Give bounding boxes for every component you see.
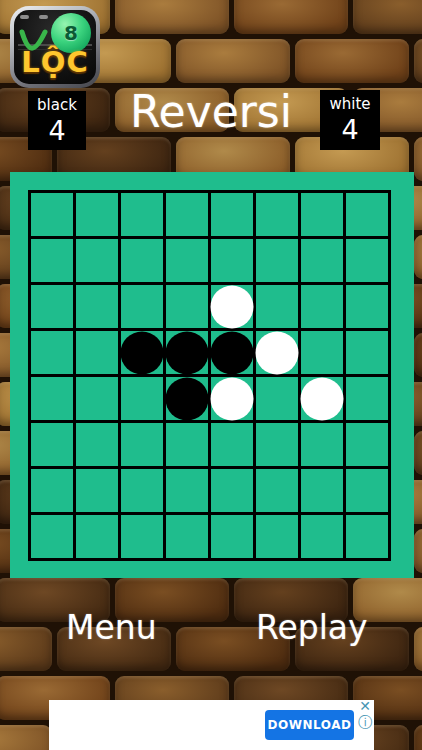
board-cell-c1[interactable]	[121, 193, 163, 236]
board-cell-f2[interactable]	[256, 239, 298, 282]
black-score-box: black 4	[28, 91, 86, 150]
board-cell-a3[interactable]	[31, 285, 73, 328]
board-cell-a4[interactable]	[31, 331, 73, 374]
board-cell-h5[interactable]	[346, 377, 388, 420]
board-cell-f8[interactable]	[256, 515, 298, 558]
board-cell-a8[interactable]	[31, 515, 73, 558]
menu-button[interactable]: Menu	[60, 610, 163, 645]
app-brand-text: LỘC	[14, 48, 96, 77]
reversi-app-screen: 8 LỘC black 4 Reversi white 4 Menu Repla…	[0, 0, 422, 750]
board-cell-e3[interactable]	[211, 285, 253, 328]
board-cell-g5[interactable]	[301, 377, 343, 420]
board-cell-d1[interactable]	[166, 193, 208, 236]
board-cell-h8[interactable]	[346, 515, 388, 558]
white-score-box: white 4	[320, 90, 380, 150]
board-cell-c6[interactable]	[121, 423, 163, 466]
black-score-label: black	[28, 98, 86, 113]
board-cell-e2[interactable]	[211, 239, 253, 282]
brick	[414, 627, 422, 671]
board-cell-f1[interactable]	[256, 193, 298, 236]
ad-close-icon[interactable]: ✕	[359, 699, 371, 713]
board-cell-f5[interactable]	[256, 377, 298, 420]
board-cell-g3[interactable]	[301, 285, 343, 328]
icon-stud-right	[39, 15, 48, 19]
board-cell-h3[interactable]	[346, 285, 388, 328]
board-cell-f3[interactable]	[256, 285, 298, 328]
white-disc	[301, 377, 344, 420]
board-cell-b5[interactable]	[76, 377, 118, 420]
board-cell-a1[interactable]	[31, 193, 73, 236]
brick	[414, 529, 422, 573]
brick	[414, 137, 422, 181]
brick	[176, 39, 290, 83]
board-grid	[28, 190, 391, 561]
white-disc	[211, 377, 254, 420]
icon-stud-left	[20, 15, 29, 19]
white-score-label: white	[320, 97, 380, 112]
board-cell-g4[interactable]	[301, 331, 343, 374]
board-cell-e6[interactable]	[211, 423, 253, 466]
ad-banner[interactable]: DOWNLOAD ✕ ⓘ	[49, 700, 374, 750]
board-cell-d7[interactable]	[166, 469, 208, 512]
board-cell-b6[interactable]	[76, 423, 118, 466]
board-cell-c7[interactable]	[121, 469, 163, 512]
app-icon-loc: 8 LỘC	[10, 6, 100, 88]
brick	[353, 0, 422, 34]
board-cell-d2[interactable]	[166, 239, 208, 282]
board-cell-a6[interactable]	[31, 423, 73, 466]
black-score-count: 4	[28, 117, 86, 144]
board-cell-d5[interactable]	[166, 377, 208, 420]
brick	[234, 0, 348, 34]
board-cell-b8[interactable]	[76, 515, 118, 558]
brick	[414, 39, 422, 83]
board-cell-h7[interactable]	[346, 469, 388, 512]
black-disc	[211, 331, 254, 374]
board-cell-g8[interactable]	[301, 515, 343, 558]
brick	[414, 725, 422, 750]
board-cell-b1[interactable]	[76, 193, 118, 236]
brick	[115, 0, 229, 34]
board-cell-f4[interactable]	[256, 331, 298, 374]
board-cell-g7[interactable]	[301, 469, 343, 512]
black-disc	[166, 377, 209, 420]
white-disc	[256, 331, 299, 374]
brick	[414, 431, 422, 475]
board-cell-g1[interactable]	[301, 193, 343, 236]
board-cell-e4[interactable]	[211, 331, 253, 374]
black-disc	[121, 331, 164, 374]
board-cell-c3[interactable]	[121, 285, 163, 328]
board-cell-g2[interactable]	[301, 239, 343, 282]
board-cell-e5[interactable]	[211, 377, 253, 420]
board-cell-f6[interactable]	[256, 423, 298, 466]
board-cell-a5[interactable]	[31, 377, 73, 420]
board-cell-g6[interactable]	[301, 423, 343, 466]
board-cell-c5[interactable]	[121, 377, 163, 420]
eight-ball-number: 8	[64, 23, 78, 43]
reversi-board	[10, 172, 414, 578]
brick	[0, 627, 52, 671]
white-score-count: 4	[320, 116, 380, 143]
board-cell-e8[interactable]	[211, 515, 253, 558]
board-cell-b7[interactable]	[76, 469, 118, 512]
board-cell-a2[interactable]	[31, 239, 73, 282]
board-cell-h2[interactable]	[346, 239, 388, 282]
board-cell-h1[interactable]	[346, 193, 388, 236]
board-cell-e7[interactable]	[211, 469, 253, 512]
brick	[0, 725, 52, 750]
board-cell-c8[interactable]	[121, 515, 163, 558]
white-disc	[211, 285, 254, 328]
replay-button[interactable]: Replay	[250, 610, 374, 645]
board-cell-b3[interactable]	[76, 285, 118, 328]
board-cell-f7[interactable]	[256, 469, 298, 512]
app-icon-face: 8 LỘC	[14, 10, 96, 84]
black-disc	[166, 331, 209, 374]
board-cell-d6[interactable]	[166, 423, 208, 466]
board-cell-d4[interactable]	[166, 331, 208, 374]
board-cell-c2[interactable]	[121, 239, 163, 282]
board-cell-h6[interactable]	[346, 423, 388, 466]
board-cell-b2[interactable]	[76, 239, 118, 282]
board-cell-h4[interactable]	[346, 331, 388, 374]
ad-download-button[interactable]: DOWNLOAD	[265, 710, 354, 740]
board-cell-d8[interactable]	[166, 515, 208, 558]
brick	[414, 333, 422, 377]
board-cell-c4[interactable]	[121, 331, 163, 374]
ad-info-icon[interactable]: ⓘ	[358, 715, 372, 729]
board-cell-e1[interactable]	[211, 193, 253, 236]
brick	[414, 235, 422, 279]
board-cell-d3[interactable]	[166, 285, 208, 328]
board-cell-b4[interactable]	[76, 331, 118, 374]
brick	[295, 39, 409, 83]
board-cell-a7[interactable]	[31, 469, 73, 512]
